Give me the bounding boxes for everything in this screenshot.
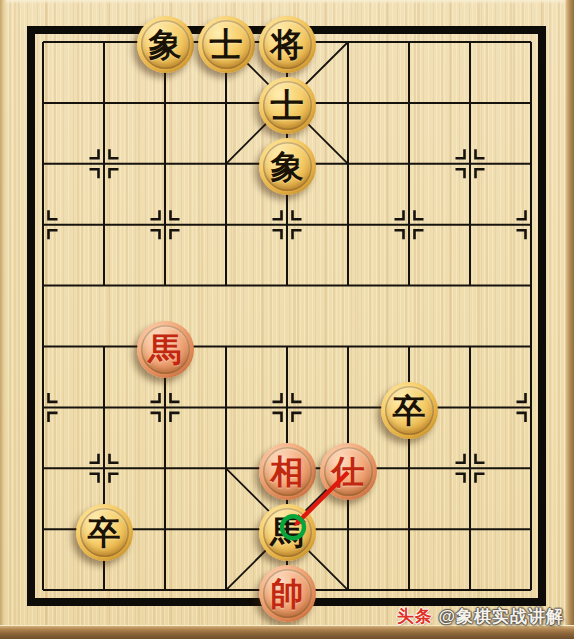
black-horse-piece[interactable]: 馬 bbox=[259, 504, 316, 561]
board-bevel-left bbox=[0, 0, 7, 639]
black-advisor-piece[interactable]: 士 bbox=[259, 77, 316, 134]
watermark: 头条 @象棋实战讲解 bbox=[397, 605, 564, 628]
red-horse-piece[interactable]: 馬 bbox=[137, 321, 194, 378]
black-general-piece[interactable]: 将 bbox=[259, 16, 316, 73]
xiangqi-board[interactable]: 象士将士象馬卒相仕卒馬帥 bbox=[13, 12, 562, 621]
black-soldier-glyph: 卒 bbox=[88, 517, 121, 550]
red-advisor-glyph: 仕 bbox=[332, 456, 365, 489]
watermark-brand: 头条 bbox=[397, 607, 439, 626]
board-bevel-top bbox=[0, 0, 574, 4]
black-soldier-piece[interactable]: 卒 bbox=[381, 382, 438, 439]
black-elephant-glyph: 象 bbox=[271, 151, 304, 184]
red-general-piece[interactable]: 帥 bbox=[259, 565, 316, 622]
black-advisor-glyph: 士 bbox=[271, 90, 304, 123]
red-general-glyph: 帥 bbox=[271, 578, 304, 611]
black-horse-glyph: 馬 bbox=[271, 517, 304, 550]
red-horse-glyph: 馬 bbox=[149, 334, 182, 367]
black-elephant-piece[interactable]: 象 bbox=[259, 138, 316, 195]
black-soldier-piece[interactable]: 卒 bbox=[76, 504, 133, 561]
black-soldier-glyph: 卒 bbox=[393, 395, 426, 428]
red-elephant-glyph: 相 bbox=[271, 456, 304, 489]
black-elephant-glyph: 象 bbox=[149, 29, 182, 62]
red-advisor-piece[interactable]: 仕 bbox=[320, 443, 377, 500]
black-elephant-piece[interactable]: 象 bbox=[137, 16, 194, 73]
black-advisor-piece[interactable]: 士 bbox=[198, 16, 255, 73]
board-bevel-right bbox=[564, 0, 574, 639]
red-elephant-piece[interactable]: 相 bbox=[259, 443, 316, 500]
black-advisor-glyph: 士 bbox=[210, 29, 243, 62]
watermark-handle: @象棋实战讲解 bbox=[438, 607, 564, 626]
xiangqi-scene: 象士将士象馬卒相仕卒馬帥 头条 @象棋实战讲解 bbox=[0, 0, 574, 639]
black-general-glyph: 将 bbox=[271, 29, 304, 62]
